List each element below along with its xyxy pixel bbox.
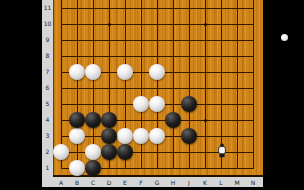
col-label-H: H <box>169 178 178 187</box>
col-label-J: J <box>185 178 194 187</box>
stone-black-J5[interactable] <box>181 96 197 112</box>
stone-white-G5[interactable] <box>149 96 165 112</box>
stone-black-J3[interactable] <box>181 128 197 144</box>
col-label-K: K <box>201 178 210 187</box>
stone-white-G3[interactable] <box>149 128 165 144</box>
stone-white-E3[interactable] <box>117 128 133 144</box>
col-label-F: F <box>137 178 146 187</box>
row-label-7: 7 <box>42 68 53 76</box>
col-label-N: N <box>249 178 258 187</box>
col-label-B: B <box>73 178 82 187</box>
row-label-4: 4 <box>42 116 53 124</box>
col-label-C: C <box>89 178 98 187</box>
row-label-3: 3 <box>42 132 53 140</box>
row-label-2: 2 <box>42 148 53 156</box>
star-point-K10 <box>204 23 207 26</box>
stone-white-B3[interactable] <box>69 128 85 144</box>
col-label-G: G <box>153 178 162 187</box>
row-label-10: 10 <box>42 20 53 28</box>
stone-black-E2[interactable] <box>117 144 133 160</box>
stone-white-F5[interactable] <box>133 96 149 112</box>
white-stone-turn-indicator <box>281 34 288 41</box>
star-point-K4 <box>204 119 207 122</box>
col-label-E: E <box>121 178 130 187</box>
go-app-screen: 1110987654321ABCDEFGHJKLMN <box>0 0 304 190</box>
star-point-D10 <box>108 23 111 26</box>
row-label-11: 11 <box>42 4 53 12</box>
stone-white-E7[interactable] <box>117 64 133 80</box>
col-label-D: D <box>105 178 114 187</box>
stone-white-C7[interactable] <box>85 64 101 80</box>
stone-white-C2[interactable] <box>85 144 101 160</box>
stone-black-D4[interactable] <box>101 112 117 128</box>
stone-white-A2[interactable] <box>53 144 69 160</box>
stone-white-F3[interactable] <box>133 128 149 144</box>
stone-white-B1[interactable] <box>69 160 85 176</box>
row-coordinate-strip <box>42 0 53 187</box>
stone-white-B7[interactable] <box>69 64 85 80</box>
col-label-A: A <box>57 178 66 187</box>
row-label-6: 6 <box>42 84 53 92</box>
stone-black-C4[interactable] <box>85 112 101 128</box>
row-label-9: 9 <box>42 36 53 44</box>
stone-black-D2[interactable] <box>101 144 117 160</box>
col-label-L: L <box>217 178 226 187</box>
pointer-figure-icon <box>217 142 227 158</box>
row-label-5: 5 <box>42 100 53 108</box>
stone-black-H4[interactable] <box>165 112 181 128</box>
stone-black-D3[interactable] <box>101 128 117 144</box>
row-label-8: 8 <box>42 52 53 60</box>
col-label-M: M <box>233 178 242 187</box>
stone-black-B4[interactable] <box>69 112 85 128</box>
stone-white-G7[interactable] <box>149 64 165 80</box>
stone-black-C1[interactable] <box>85 160 101 176</box>
row-label-1: 1 <box>42 164 53 172</box>
